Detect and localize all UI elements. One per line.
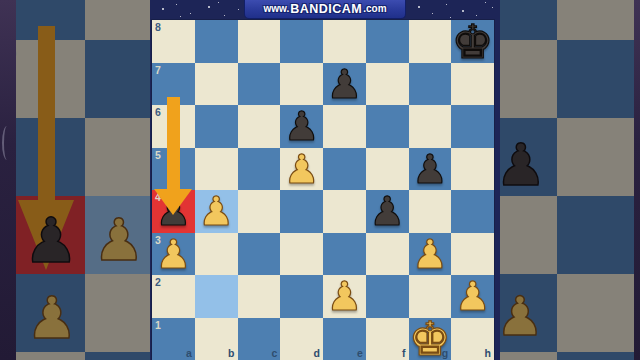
star: [446, 4, 447, 5]
square-a5[interactable]: 5: [152, 148, 195, 191]
square-f4[interactable]: ♟: [366, 190, 409, 233]
white-pawn[interactable]: ♟: [409, 233, 452, 276]
watermark-prefix: www.: [263, 4, 289, 14]
square-d7[interactable]: [280, 63, 323, 106]
square-d2[interactable]: [280, 275, 323, 318]
black-pawn[interactable]: ♟: [323, 63, 366, 106]
square-c8[interactable]: [238, 20, 281, 63]
square-h7[interactable]: [451, 63, 494, 106]
black-pawn[interactable]: ♟: [152, 190, 195, 233]
square-d5[interactable]: ♟: [280, 148, 323, 191]
square-a8[interactable]: 8: [152, 20, 195, 63]
watermark-brand: BANDICAM: [290, 3, 362, 16]
square-f3[interactable]: [366, 233, 409, 276]
square-d3[interactable]: [280, 233, 323, 276]
square-g6[interactable]: [409, 105, 452, 148]
star: [238, 9, 239, 10]
square-a3[interactable]: 3♟: [152, 233, 195, 276]
app-screen: 653♟♟♟ ♟♟ www. BANDICAM .com 8♚7♟6♟5♟♟4♟…: [0, 0, 640, 360]
file-label: d: [314, 347, 320, 359]
square-c3[interactable]: [238, 233, 281, 276]
square-h5[interactable]: [451, 148, 494, 191]
square-e7[interactable]: ♟: [323, 63, 366, 106]
square-b3[interactable]: [195, 233, 238, 276]
star: [190, 13, 191, 14]
white-pawn[interactable]: ♟: [152, 233, 195, 276]
rank-label: 8: [155, 21, 161, 33]
star: [218, 2, 219, 3]
star: [176, 4, 177, 5]
square-e3[interactable]: [323, 233, 366, 276]
square-e5[interactable]: [323, 148, 366, 191]
black-king[interactable]: ♚: [451, 20, 494, 63]
square-e2[interactable]: ♟: [323, 275, 366, 318]
white-king[interactable]: ♚: [409, 318, 452, 360]
chess-board: 8♚7♟6♟5♟♟4♟♟♟3♟♟2♟♟1abcdefg♚h: [152, 20, 494, 360]
file-label: h: [485, 347, 491, 359]
square-a2[interactable]: 2: [152, 275, 195, 318]
file-label: e: [357, 347, 363, 359]
square-f1[interactable]: f: [366, 318, 409, 360]
square-b8[interactable]: [195, 20, 238, 63]
square-e1[interactable]: e: [323, 318, 366, 360]
square-a6[interactable]: 6: [152, 105, 195, 148]
rank-label: 2: [155, 276, 161, 288]
square-g4[interactable]: [409, 190, 452, 233]
square-c2[interactable]: [238, 275, 281, 318]
file-label: a: [186, 347, 192, 359]
square-h3[interactable]: [451, 233, 494, 276]
star: [180, 16, 181, 17]
edge-glare: [2, 126, 12, 160]
white-pawn[interactable]: ♟: [451, 275, 494, 318]
square-f7[interactable]: [366, 63, 409, 106]
square-f6[interactable]: [366, 105, 409, 148]
panel-dark-overlay: [0, 0, 150, 360]
square-g3[interactable]: ♟: [409, 233, 452, 276]
star: [418, 6, 420, 8]
square-g8[interactable]: [409, 20, 452, 63]
rank-label: 7: [155, 64, 161, 76]
file-label: f: [402, 347, 406, 359]
square-c4[interactable]: [238, 190, 281, 233]
square-f8[interactable]: [366, 20, 409, 63]
square-d1[interactable]: d: [280, 318, 323, 360]
star: [432, 13, 433, 14]
square-b6[interactable]: [195, 105, 238, 148]
square-e8[interactable]: [323, 20, 366, 63]
square-c5[interactable]: [238, 148, 281, 191]
background-panel-left: 653♟♟♟: [0, 0, 150, 360]
white-pawn[interactable]: ♟: [280, 148, 323, 191]
square-c6[interactable]: [238, 105, 281, 148]
square-a1[interactable]: 1a: [152, 318, 195, 360]
square-h8[interactable]: ♚: [451, 20, 494, 63]
square-b1[interactable]: b: [195, 318, 238, 360]
square-d6[interactable]: ♟: [280, 105, 323, 148]
file-label: c: [271, 347, 277, 359]
black-pawn[interactable]: ♟: [409, 148, 452, 191]
star: [462, 10, 464, 12]
panel-dark-overlay: [500, 0, 640, 360]
star: [485, 2, 486, 3]
rank-label: 1: [155, 319, 161, 331]
square-g1[interactable]: g♚: [409, 318, 452, 360]
square-h6[interactable]: [451, 105, 494, 148]
square-f2[interactable]: [366, 275, 409, 318]
square-g7[interactable]: [409, 63, 452, 106]
file-label: b: [228, 347, 234, 359]
star: [224, 15, 225, 16]
rank-label: 6: [155, 106, 161, 118]
background-panel-right: ♟♟: [500, 0, 640, 360]
square-b4[interactable]: ♟: [195, 190, 238, 233]
square-b7[interactable]: [195, 63, 238, 106]
star: [208, 6, 210, 8]
square-b2[interactable]: [195, 275, 238, 318]
square-e4[interactable]: [323, 190, 366, 233]
white-pawn[interactable]: ♟: [323, 275, 366, 318]
star: [162, 8, 164, 10]
screen-edge-strip: [0, 0, 16, 360]
square-d8[interactable]: [280, 20, 323, 63]
black-pawn[interactable]: ♟: [280, 105, 323, 148]
square-a7[interactable]: 7: [152, 63, 195, 106]
watermark-suffix: .com: [363, 4, 386, 14]
square-h2[interactable]: ♟: [451, 275, 494, 318]
bandicam-watermark: www. BANDICAM .com: [244, 0, 406, 19]
square-e6[interactable]: [323, 105, 366, 148]
screen-edge-strip: [634, 0, 640, 360]
square-a4[interactable]: 4♟: [152, 190, 195, 233]
square-f5[interactable]: [366, 148, 409, 191]
square-b5[interactable]: [195, 148, 238, 191]
square-h4[interactable]: [451, 190, 494, 233]
square-c1[interactable]: c: [238, 318, 281, 360]
square-d4[interactable]: [280, 190, 323, 233]
black-pawn[interactable]: ♟: [366, 190, 409, 233]
white-pawn[interactable]: ♟: [195, 190, 238, 233]
star: [492, 7, 493, 8]
square-c7[interactable]: [238, 63, 281, 106]
square-h1[interactable]: h: [451, 318, 494, 360]
rank-label: 5: [155, 149, 161, 161]
square-g5[interactable]: ♟: [409, 148, 452, 191]
